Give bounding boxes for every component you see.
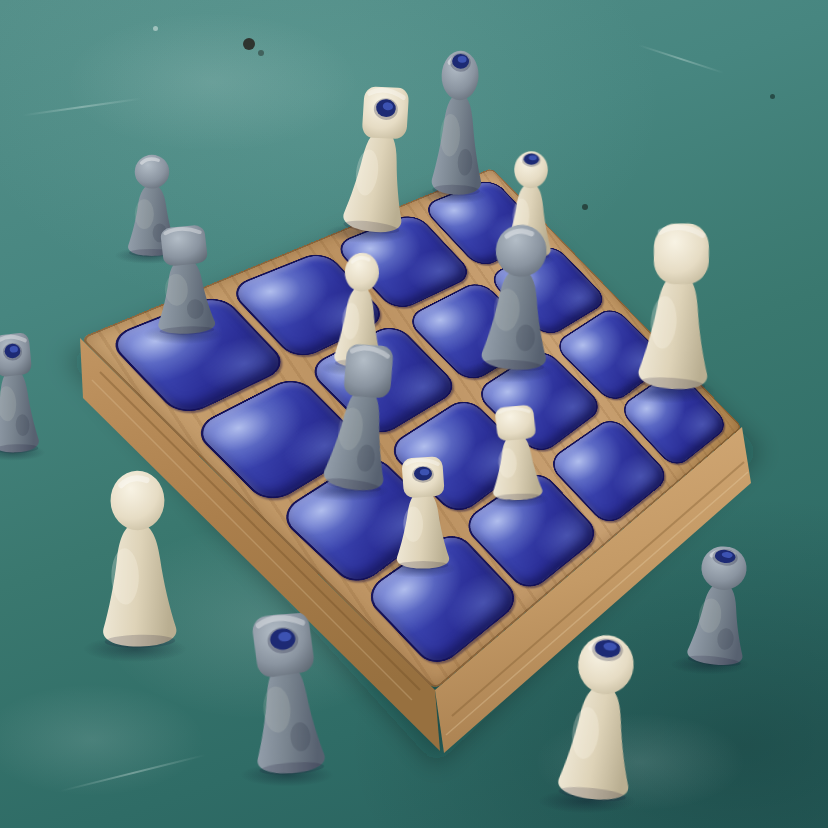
- game-piece-grey-round-tall-dot[interactable]: [423, 48, 494, 200]
- table-scratch: [22, 98, 141, 117]
- table-scratch: [60, 754, 206, 792]
- table-scratch: [638, 44, 724, 74]
- table-speck: [258, 50, 264, 56]
- game-piece-grey-cube-tall-dot[interactable]: [236, 611, 337, 781]
- game-piece-white-round-tall-plain[interactable]: [88, 467, 189, 653]
- photo-stage: Overhead photo of a handmade wooden game…: [0, 0, 828, 828]
- game-piece-white-round-tall-dot[interactable]: [545, 630, 656, 809]
- game-piece-white-cube-short-plain[interactable]: [482, 403, 551, 503]
- game-piece-white-cube-tall-plain[interactable]: [626, 219, 730, 397]
- game-piece-grey-cube-short-plain[interactable]: [145, 224, 225, 339]
- table-speck: [770, 94, 775, 99]
- game-piece-white-cube-short-dot[interactable]: [388, 456, 458, 572]
- game-piece-grey-cube-short-dot[interactable]: [0, 331, 47, 457]
- table-speck: [153, 26, 158, 31]
- game-piece-grey-round-short-dot[interactable]: [677, 543, 763, 672]
- game-piece-grey-round-tall-plain[interactable]: [470, 222, 566, 378]
- table-reflection: [0, 660, 252, 820]
- table-speck: [582, 204, 588, 210]
- table-speck: [243, 38, 255, 50]
